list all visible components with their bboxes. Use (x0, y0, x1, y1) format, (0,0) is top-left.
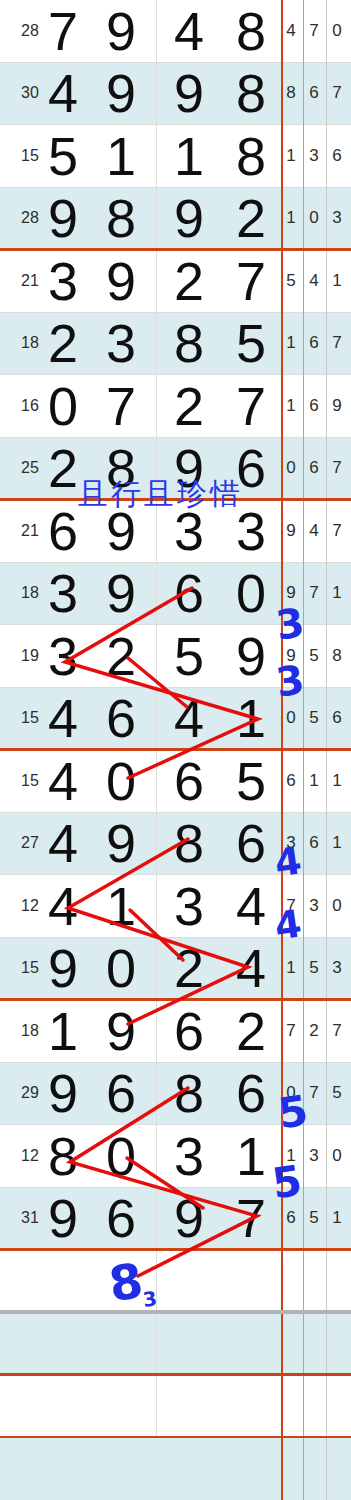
main-digit: 9 (106, 1000, 136, 1062)
main-digit: 2 (48, 437, 78, 499)
row-sum-label: 15 (21, 709, 39, 727)
draw-row: 299686075 (0, 1063, 351, 1126)
tail-digit: 5 (332, 1083, 341, 1103)
main-digit: 3 (106, 312, 136, 374)
main-digit: 1 (236, 1125, 266, 1187)
row-sum-label: 16 (21, 397, 39, 415)
tail-digit: 1 (286, 333, 295, 353)
empty-row (0, 1375, 351, 1438)
main-digit: 0 (236, 562, 266, 624)
main-digit: 5 (236, 312, 266, 374)
main-digit: 9 (106, 562, 136, 624)
tail-digit: 1 (309, 771, 318, 791)
main-digit: 3 (236, 500, 266, 562)
main-digit: 3 (174, 875, 204, 937)
main-digit: 6 (236, 437, 266, 499)
tail-digit: 7 (332, 458, 341, 478)
main-digit: 5 (48, 125, 78, 187)
tail-digit: 4 (309, 271, 318, 291)
main-digit: 9 (174, 437, 204, 499)
draw-row: 287948470 (0, 0, 351, 63)
draw-row: 252896067 (0, 438, 351, 501)
tail-digit: 6 (286, 771, 295, 791)
tail-digit: 6 (309, 458, 318, 478)
tail-digit: 0 (286, 708, 295, 728)
main-digit: 7 (236, 1187, 266, 1249)
tail-digit: 4 (286, 21, 295, 41)
tail-digit: 6 (286, 1208, 295, 1228)
draw-row: 182385167 (0, 313, 351, 376)
main-digit: 2 (174, 250, 204, 312)
tail-digit: 7 (309, 21, 318, 41)
main-digit: 2 (106, 625, 136, 687)
main-digit: 3 (174, 500, 204, 562)
tail-digit: 6 (309, 396, 318, 416)
draw-row: 319697651 (0, 1188, 351, 1251)
draw-row: 181962727 (0, 1000, 351, 1063)
group-separator-2 (0, 498, 351, 501)
tail-digit: 7 (309, 1083, 318, 1103)
tail-digit: 5 (309, 958, 318, 978)
row-sum-label: 28 (21, 209, 39, 227)
tail-digit: 8 (286, 83, 295, 103)
row-sum-label: 18 (21, 1022, 39, 1040)
row-sum-label: 18 (21, 334, 39, 352)
main-digit: 9 (48, 937, 78, 999)
row-sum-label: 21 (21, 522, 39, 540)
main-digit: 4 (48, 875, 78, 937)
main-digit: 8 (106, 187, 136, 249)
tail-digit: 1 (286, 146, 295, 166)
main-digit: 1 (106, 125, 136, 187)
main-digit: 9 (174, 187, 204, 249)
draw-row: 213927541 (0, 250, 351, 313)
main-digit: 9 (106, 62, 136, 124)
row-sum-label: 21 (21, 272, 39, 290)
row-sum-label: 29 (21, 1084, 39, 1102)
tail-digit: 3 (309, 1146, 318, 1166)
main-digit: 7 (48, 0, 78, 62)
draw-row: 183960971 (0, 563, 351, 626)
draw-row: 193259958 (0, 625, 351, 688)
main-digit: 9 (106, 812, 136, 874)
main-digit: 9 (48, 187, 78, 249)
main-digit: 7 (106, 375, 136, 437)
tail-digit: 7 (286, 896, 295, 916)
tail-digit: 1 (332, 833, 341, 853)
row-sum-label: 18 (21, 584, 39, 602)
draw-row: 216933947 (0, 500, 351, 563)
tail-digit: 0 (286, 458, 295, 478)
tail-digit: 3 (332, 208, 341, 228)
main-digit: 3 (174, 1125, 204, 1187)
draw-row: 159024153 (0, 938, 351, 1001)
main-digit: 1 (174, 125, 204, 187)
tail-digit: 0 (332, 21, 341, 41)
row-sum-label: 15 (21, 147, 39, 165)
tail-digit: 4 (309, 521, 318, 541)
main-digit: 4 (174, 0, 204, 62)
tail-digit: 9 (286, 583, 295, 603)
tail-digit: 6 (332, 146, 341, 166)
group-separator-7 (0, 1436, 351, 1438)
tail-digit: 7 (309, 583, 318, 603)
tail-digit: 1 (332, 583, 341, 603)
main-digit: 6 (236, 1062, 266, 1124)
main-digit: 8 (174, 312, 204, 374)
tail-digit: 9 (332, 396, 341, 416)
main-digit: 5 (174, 625, 204, 687)
group-separator-3 (0, 748, 351, 751)
tail-digit: 1 (286, 396, 295, 416)
tail-digit: 5 (309, 1208, 318, 1228)
tail-digit: 3 (309, 146, 318, 166)
tail-digit: 1 (286, 208, 295, 228)
group-separator-6 (0, 1373, 351, 1376)
tail-digit: 9 (286, 521, 295, 541)
main-digit: 3 (48, 250, 78, 312)
row-sum-label: 28 (21, 22, 39, 40)
tail-digit: 1 (332, 271, 341, 291)
tail-digit: 0 (286, 1083, 295, 1103)
main-digit: 4 (48, 812, 78, 874)
draw-row: 155118136 (0, 125, 351, 188)
tail-digit: 6 (332, 708, 341, 728)
row-sum-label: 31 (21, 1209, 39, 1227)
tail-digit: 7 (332, 333, 341, 353)
main-digit: 8 (106, 437, 136, 499)
tail-digit: 0 (309, 208, 318, 228)
main-digit: 6 (174, 562, 204, 624)
main-digit: 8 (236, 125, 266, 187)
main-digit: 0 (106, 750, 136, 812)
tail-digit: 5 (309, 646, 318, 666)
tail-digit: 9 (286, 646, 295, 666)
main-digit: 6 (106, 1187, 136, 1249)
draw-row: 154641056 (0, 688, 351, 751)
main-digit: 4 (48, 62, 78, 124)
main-digit: 9 (48, 1062, 78, 1124)
gray-divider-bar (0, 1310, 351, 1314)
tail-digit: 5 (286, 271, 295, 291)
main-digit: 6 (48, 500, 78, 562)
main-digit: 8 (48, 1125, 78, 1187)
main-digit: 6 (236, 812, 266, 874)
draw-row: 289892103 (0, 188, 351, 251)
main-digit: 2 (174, 375, 204, 437)
main-digit: 3 (48, 625, 78, 687)
main-digit: 9 (48, 1187, 78, 1249)
draw-row: 128031130 (0, 1125, 351, 1188)
main-digit: 2 (236, 1000, 266, 1062)
main-digit: 9 (236, 625, 266, 687)
main-digit: 6 (106, 687, 136, 749)
main-digit: 8 (174, 1062, 204, 1124)
tail-digit: 1 (332, 1208, 341, 1228)
main-digit: 4 (236, 937, 266, 999)
main-digit: 1 (106, 875, 136, 937)
tail-digit: 1 (286, 1146, 295, 1166)
row-sum-label: 30 (21, 84, 39, 102)
row-sum-label: 15 (21, 959, 39, 977)
main-digit: 1 (236, 687, 266, 749)
tail-digit: 6 (309, 333, 318, 353)
row-sum-label: 12 (21, 1147, 39, 1165)
main-digit: 3 (48, 562, 78, 624)
row-sum-label: 12 (21, 897, 39, 915)
main-digit: 8 (236, 62, 266, 124)
main-digit: 2 (174, 937, 204, 999)
tail-digit: 3 (332, 958, 341, 978)
row-sum-label: 15 (21, 772, 39, 790)
tail-digit: 5 (309, 708, 318, 728)
main-digit: 6 (106, 1062, 136, 1124)
main-digit: 0 (48, 375, 78, 437)
main-digit: 4 (48, 750, 78, 812)
empty-row (0, 1250, 351, 1313)
group-separator-1 (0, 248, 351, 251)
tail-digit: 8 (332, 646, 341, 666)
tail-digit: 3 (286, 833, 295, 853)
main-digit: 7 (236, 250, 266, 312)
empty-row (0, 1313, 351, 1376)
main-digit: 8 (236, 0, 266, 62)
tail-digit: 7 (332, 521, 341, 541)
draw-row: 304998867 (0, 63, 351, 126)
tail-digit: 0 (332, 1146, 341, 1166)
main-digit: 8 (174, 812, 204, 874)
draw-row: 124134730 (0, 875, 351, 938)
main-digit: 5 (236, 750, 266, 812)
draw-row: 274986361 (0, 813, 351, 876)
main-digit: 7 (236, 375, 266, 437)
row-sum-label: 19 (21, 647, 39, 665)
row-sum-label: 25 (21, 459, 39, 477)
tail-digit: 6 (309, 83, 318, 103)
group-separator-5 (0, 1248, 351, 1251)
main-digit: 9 (106, 500, 136, 562)
tail-digit: 1 (286, 958, 295, 978)
draw-row: 154065611 (0, 750, 351, 813)
main-digit: 6 (174, 1000, 204, 1062)
main-digit: 2 (236, 187, 266, 249)
tail-digit: 7 (332, 83, 341, 103)
lottery-trend-chart[interactable]: 2879484703049988671551181362898921032139… (0, 0, 351, 1500)
row-sum-label: 27 (21, 834, 39, 852)
draw-row: 160727169 (0, 375, 351, 438)
tail-digit: 2 (309, 1021, 318, 1041)
tail-digit: 3 (309, 896, 318, 916)
main-digit: 9 (174, 62, 204, 124)
group-separator-4 (0, 998, 351, 1001)
tail-digit: 1 (332, 771, 341, 791)
main-digit: 9 (106, 0, 136, 62)
main-digit: 2 (48, 312, 78, 374)
tail-digit: 7 (332, 1021, 341, 1041)
tail-digit: 0 (332, 896, 341, 916)
main-digit: 4 (48, 687, 78, 749)
main-digit: 4 (174, 687, 204, 749)
column-divider-light (156, 0, 157, 1437)
main-digit: 9 (174, 1187, 204, 1249)
main-digit: 9 (106, 250, 136, 312)
main-digit: 1 (48, 1000, 78, 1062)
tail-digit: 6 (309, 833, 318, 853)
tail-digit: 7 (286, 1021, 295, 1041)
main-digit: 4 (236, 875, 266, 937)
main-digit: 6 (174, 750, 204, 812)
empty-row (0, 1438, 351, 1500)
main-digit: 0 (106, 1125, 136, 1187)
main-digit: 0 (106, 937, 136, 999)
